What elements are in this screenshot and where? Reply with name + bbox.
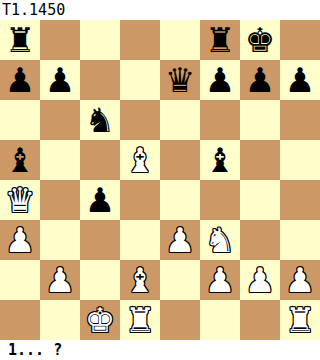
piece-white-bishop: ♝ <box>125 260 155 300</box>
piece-white-king: ♚ <box>85 300 115 340</box>
piece-white-pawn: ♟ <box>285 260 315 300</box>
square-h6[interactable] <box>280 100 320 140</box>
piece-white-bishop: ♝ <box>125 140 155 180</box>
piece-black-pawn: ♟ <box>285 60 315 100</box>
square-g5[interactable] <box>240 140 280 180</box>
piece-black-pawn: ♟ <box>5 60 35 100</box>
square-d5[interactable]: ♝ <box>120 140 160 180</box>
piece-white-knight: ♞ <box>205 220 235 260</box>
square-d7[interactable] <box>120 60 160 100</box>
square-f3[interactable]: ♞ <box>200 220 240 260</box>
piece-black-rook: ♜ <box>5 20 35 60</box>
square-c2[interactable] <box>80 260 120 300</box>
square-f7[interactable]: ♟ <box>200 60 240 100</box>
square-g3[interactable] <box>240 220 280 260</box>
square-e1[interactable] <box>160 300 200 340</box>
square-h8[interactable] <box>280 20 320 60</box>
piece-black-knight: ♞ <box>85 100 115 140</box>
piece-white-rook: ♜ <box>285 300 315 340</box>
square-a3[interactable]: ♟ <box>0 220 40 260</box>
piece-white-pawn: ♟ <box>205 260 235 300</box>
square-c4[interactable]: ♟ <box>80 180 120 220</box>
piece-white-rook: ♜ <box>125 300 155 340</box>
puzzle-title: T1.1450 <box>0 0 320 20</box>
square-e7[interactable]: ♛ <box>160 60 200 100</box>
square-h3[interactable] <box>280 220 320 260</box>
piece-black-pawn: ♟ <box>45 60 75 100</box>
square-e3[interactable]: ♟ <box>160 220 200 260</box>
piece-white-pawn: ♟ <box>45 260 75 300</box>
piece-black-pawn: ♟ <box>245 60 275 100</box>
square-b1[interactable] <box>40 300 80 340</box>
square-b5[interactable] <box>40 140 80 180</box>
piece-black-bishop: ♝ <box>205 140 235 180</box>
square-c3[interactable] <box>80 220 120 260</box>
square-b2[interactable]: ♟ <box>40 260 80 300</box>
piece-black-bishop: ♝ <box>5 140 35 180</box>
square-e6[interactable] <box>160 100 200 140</box>
piece-white-pawn: ♟ <box>245 260 275 300</box>
piece-black-rook: ♜ <box>205 20 235 60</box>
square-f2[interactable]: ♟ <box>200 260 240 300</box>
square-f1[interactable] <box>200 300 240 340</box>
square-g4[interactable] <box>240 180 280 220</box>
piece-black-queen: ♛ <box>165 60 195 100</box>
square-h2[interactable]: ♟ <box>280 260 320 300</box>
square-g1[interactable] <box>240 300 280 340</box>
square-a4[interactable]: ♛ <box>0 180 40 220</box>
square-d4[interactable] <box>120 180 160 220</box>
square-a2[interactable] <box>0 260 40 300</box>
piece-black-pawn: ♟ <box>85 180 115 220</box>
square-b8[interactable] <box>40 20 80 60</box>
square-b3[interactable] <box>40 220 80 260</box>
square-g8[interactable]: ♚ <box>240 20 280 60</box>
square-d8[interactable] <box>120 20 160 60</box>
square-g6[interactable] <box>240 100 280 140</box>
square-e8[interactable] <box>160 20 200 60</box>
square-h4[interactable] <box>280 180 320 220</box>
square-b6[interactable] <box>40 100 80 140</box>
square-g7[interactable]: ♟ <box>240 60 280 100</box>
square-d1[interactable]: ♜ <box>120 300 160 340</box>
square-a8[interactable]: ♜ <box>0 20 40 60</box>
square-h1[interactable]: ♜ <box>280 300 320 340</box>
square-e4[interactable] <box>160 180 200 220</box>
square-f4[interactable] <box>200 180 240 220</box>
square-e2[interactable] <box>160 260 200 300</box>
square-a5[interactable]: ♝ <box>0 140 40 180</box>
square-a7[interactable]: ♟ <box>0 60 40 100</box>
square-d2[interactable]: ♝ <box>120 260 160 300</box>
piece-black-pawn: ♟ <box>205 60 235 100</box>
square-f8[interactable]: ♜ <box>200 20 240 60</box>
square-g2[interactable]: ♟ <box>240 260 280 300</box>
chess-board: ♜♜♚♟♟♛♟♟♟♞♝♝♝♛♟♟♟♞♟♝♟♟♟♚♜♜ <box>0 20 320 340</box>
piece-white-pawn: ♟ <box>5 220 35 260</box>
square-f5[interactable]: ♝ <box>200 140 240 180</box>
square-e5[interactable] <box>160 140 200 180</box>
piece-white-pawn: ♟ <box>165 220 195 260</box>
square-c7[interactable] <box>80 60 120 100</box>
piece-white-queen: ♛ <box>5 180 35 220</box>
square-a1[interactable] <box>0 300 40 340</box>
square-c1[interactable]: ♚ <box>80 300 120 340</box>
piece-black-king: ♚ <box>245 20 275 60</box>
square-c6[interactable]: ♞ <box>80 100 120 140</box>
square-a6[interactable] <box>0 100 40 140</box>
square-d6[interactable] <box>120 100 160 140</box>
square-b4[interactable] <box>40 180 80 220</box>
square-d3[interactable] <box>120 220 160 260</box>
square-b7[interactable]: ♟ <box>40 60 80 100</box>
square-f6[interactable] <box>200 100 240 140</box>
square-h7[interactable]: ♟ <box>280 60 320 100</box>
move-prompt: 1... ? <box>0 340 320 360</box>
square-c8[interactable] <box>80 20 120 60</box>
square-h5[interactable] <box>280 140 320 180</box>
square-c5[interactable] <box>80 140 120 180</box>
